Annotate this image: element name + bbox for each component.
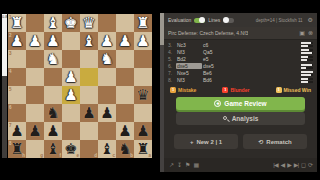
move-number: 6.: [168, 63, 176, 69]
piece-black-P[interactable]: ♟: [98, 104, 116, 122]
badge-label: Blunder: [230, 87, 249, 93]
square-h2[interactable]: ♟2: [8, 32, 26, 50]
square-g4[interactable]: [26, 68, 44, 86]
analysis-label: Analysis: [232, 115, 259, 122]
move-eval-bars: [301, 49, 313, 54]
square-d1[interactable]: ♛: [80, 14, 98, 32]
new-game-label: New 2 | 1: [196, 139, 222, 145]
prev-move-icon[interactable]: ◀: [281, 162, 285, 169]
flag-icon[interactable]: ⚑: [185, 162, 189, 169]
black-move[interactable]: e5: [202, 56, 228, 62]
square-d3[interactable]: [80, 50, 98, 68]
white-move[interactable]: Nxe5: [176, 70, 202, 76]
rank-label-8: 8: [9, 141, 12, 146]
square-d5[interactable]: [80, 86, 98, 104]
badge-blunder[interactable]: 1Blunder: [222, 87, 249, 93]
square-g1[interactable]: [26, 14, 44, 32]
close-opening-icon[interactable]: ⊗: [308, 30, 313, 37]
square-b1[interactable]: [116, 14, 134, 32]
square-h1[interactable]: ♜1: [8, 14, 26, 32]
square-g3[interactable]: [26, 50, 44, 68]
download-icon[interactable]: ↧: [177, 162, 181, 169]
move-number: 4.: [168, 49, 176, 55]
piece-white-P[interactable]: ♟: [62, 86, 80, 104]
square-a8[interactable]: ♜a: [134, 140, 152, 158]
black-move[interactable]: Qa5: [202, 49, 228, 55]
badge-count-icon: 1: [170, 87, 176, 93]
plus-icon: +: [190, 138, 194, 146]
file-label-h: h: [22, 153, 25, 158]
piece-black-P[interactable]: ♟: [44, 122, 62, 140]
move-row: 4.Nf3Qa5: [168, 48, 313, 55]
square-c8[interactable]: ♝c: [98, 140, 116, 158]
square-b4[interactable]: [116, 68, 134, 86]
review-star-icon: ✦: [214, 100, 221, 107]
square-g6[interactable]: [26, 104, 44, 122]
square-g5[interactable]: [26, 86, 44, 104]
black-move[interactable]: dxe5: [202, 63, 228, 69]
square-b3[interactable]: [116, 50, 134, 68]
square-a6[interactable]: [134, 104, 152, 122]
square-h6[interactable]: 6: [8, 104, 26, 122]
square-d4[interactable]: [80, 68, 98, 86]
piece-white-P[interactable]: ♟: [26, 32, 44, 50]
loop-icon[interactable]: ⟳: [308, 162, 312, 169]
white-move[interactable]: Nf3: [176, 77, 202, 83]
square-b6[interactable]: [116, 104, 134, 122]
analysis-button[interactable]: Analysis: [176, 112, 305, 125]
move-eval-bars: [301, 56, 313, 61]
file-label-d: d: [94, 153, 97, 158]
square-a2[interactable]: ♟: [134, 32, 152, 50]
square-f7[interactable]: ♟: [44, 122, 62, 140]
square-f3[interactable]: ♞: [44, 50, 62, 68]
square-c2[interactable]: ♟: [98, 32, 116, 50]
square-g7[interactable]: ♟: [26, 122, 44, 140]
opening-name: Pirc Defense: Czech Defense, 4.Nf3: [168, 30, 248, 36]
piece-white-P[interactable]: ♟: [98, 32, 116, 50]
new-game-button[interactable]: + New 2 | 1: [174, 134, 238, 149]
evaluation-toggle[interactable]: [194, 18, 205, 23]
square-e5[interactable]: ♟: [62, 86, 80, 104]
share-icon[interactable]: ↗: [169, 162, 173, 169]
square-e4[interactable]: ♟: [62, 68, 80, 86]
move-number: 8.: [168, 77, 176, 83]
black-move[interactable]: c6: [202, 42, 228, 48]
lines-toggle-label: Lines: [208, 17, 220, 23]
piece-white-N[interactable]: ♞: [44, 50, 62, 68]
square-h7[interactable]: ♟7: [8, 122, 26, 140]
move-eval-bars: [301, 42, 313, 47]
move-number: 3.: [168, 42, 176, 48]
move-row: 7.Nxe5Be6: [168, 70, 313, 77]
move-eval-bars: [301, 78, 313, 83]
file-label-g: g: [40, 153, 43, 158]
square-c1[interactable]: [98, 14, 116, 32]
rematch-loop-icon: ⟲: [258, 138, 263, 146]
rank-label-7: 7: [9, 123, 12, 128]
square-h5[interactable]: 5: [8, 86, 26, 104]
badge-label: Missed Win: [284, 87, 311, 93]
square-c5[interactable]: [98, 86, 116, 104]
piece-white-K[interactable]: ♚: [62, 14, 80, 32]
square-a5[interactable]: ♛: [134, 86, 152, 104]
square-f8[interactable]: ♝f: [44, 140, 62, 158]
square-g8[interactable]: g: [26, 140, 44, 158]
square-b2[interactable]: ♟: [116, 32, 134, 50]
engine-info: depth=14 | Stockfish 11: [256, 18, 303, 23]
bottom-toolbar: ↗↧⚑▦ |◀◀▶▶|◻⟳: [164, 158, 317, 172]
piece-white-P[interactable]: ♟: [62, 68, 80, 86]
move-row: 5.Bd2e5: [168, 55, 313, 62]
piece-black-N[interactable]: ♞: [44, 104, 62, 122]
square-d2[interactable]: ♝: [80, 32, 98, 50]
piece-white-P[interactable]: ♟: [44, 32, 62, 50]
chess-app-window: 0.8 ♜1♝♚♛♜♟2♟♟♝♟♟♟3♞♞4♟5♟♛6♞♟♟♟7♟♟♟♟♜8hg…: [0, 0, 320, 180]
file-label-e: e: [76, 153, 79, 158]
square-a7[interactable]: ♟: [134, 122, 152, 140]
settings-gear-icon[interactable]: ⚙: [308, 17, 313, 23]
move-eval-bars: [301, 71, 313, 76]
badge-count-icon: 1: [222, 87, 228, 93]
black-move[interactable]: Be6: [202, 70, 228, 76]
chess-board[interactable]: ♜1♝♚♛♜♟2♟♟♝♟♟♟3♞♞4♟5♟♛6♞♟♟♟7♟♟♟♟♜8hg♝f♚e…: [8, 14, 152, 158]
opening-name-row: Pirc Defense: Czech Defense, 4.Nf3 ▣ ⊗: [164, 27, 317, 40]
first-move-icon[interactable]: |◀: [273, 162, 277, 169]
square-d7[interactable]: [80, 122, 98, 140]
piece-black-Q[interactable]: ♛: [134, 86, 152, 104]
move-number: 7.: [168, 70, 176, 76]
piece-white-B[interactable]: ♝: [80, 32, 98, 50]
square-g2[interactable]: ♟: [26, 32, 44, 50]
square-f1[interactable]: ♝: [44, 14, 62, 32]
lines-toggle[interactable]: [223, 18, 234, 23]
square-b8[interactable]: ♞b: [116, 140, 134, 158]
magnifier-icon: [223, 116, 229, 122]
square-h3[interactable]: 3: [8, 50, 26, 68]
evaluation-bar-white-portion: 0.8: [2, 14, 7, 76]
square-e3[interactable]: [62, 50, 80, 68]
next-move-icon[interactable]: ▶: [287, 162, 291, 169]
square-a3[interactable]: [134, 50, 152, 68]
file-label-c: c: [112, 153, 115, 158]
move-list: 3.Nc3c64.Nf3Qa55.Bd2e56.dxe5dxe57.Nxe5Be…: [164, 40, 317, 85]
piece-white-N[interactable]: ♞: [98, 50, 116, 68]
game-review-label: Game Review: [224, 100, 266, 107]
evaluation-bar: 0.8: [2, 14, 7, 158]
square-h4[interactable]: 4: [8, 68, 26, 86]
square-e6[interactable]: [62, 104, 80, 122]
file-label-a: a: [148, 153, 151, 158]
rank-label-1: 1: [9, 15, 12, 20]
analysis-panel: Evaluation Lines depth=14 | Stockfish 11…: [164, 13, 317, 172]
move-row: 3.Nc3c6: [168, 41, 313, 48]
badge-mistake[interactable]: 1Mistake: [170, 87, 196, 93]
rank-label-4: 4: [9, 69, 12, 74]
piece-black-P[interactable]: ♟: [134, 122, 152, 140]
square-d6[interactable]: ♟: [80, 104, 98, 122]
square-f4[interactable]: [44, 68, 62, 86]
move-row: 6.dxe5dxe5: [168, 63, 313, 70]
square-f5[interactable]: [44, 86, 62, 104]
square-h8[interactable]: ♜8h: [8, 140, 26, 158]
piece-black-P[interactable]: ♟: [116, 122, 134, 140]
square-f2[interactable]: ♟: [44, 32, 62, 50]
rank-label-6: 6: [9, 105, 12, 110]
rank-label-2: 2: [9, 33, 12, 38]
rematch-button[interactable]: ⟲ Rematch: [243, 134, 307, 149]
badge-count-icon: 1: [276, 87, 282, 93]
piece-white-Q[interactable]: ♛: [80, 14, 98, 32]
square-d8[interactable]: d: [80, 140, 98, 158]
boards-icon[interactable]: ▦: [193, 162, 198, 169]
piece-white-P[interactable]: ♟: [134, 32, 152, 50]
square-b7[interactable]: ♟: [116, 122, 134, 140]
engine-topbar: Evaluation Lines depth=14 | Stockfish 11…: [164, 13, 317, 27]
white-move[interactable]: Bd2: [176, 56, 202, 62]
square-a4[interactable]: [134, 68, 152, 86]
game-review-button[interactable]: ✦ Game Review: [176, 97, 305, 110]
rematch-label: Rematch: [266, 139, 291, 145]
piece-white-R[interactable]: ♜: [134, 14, 152, 32]
badge-label: Mistake: [178, 87, 196, 93]
post-game-actions: + New 2 | 1 ⟲ Rematch: [164, 134, 317, 149]
square-e1[interactable]: ♚: [62, 14, 80, 32]
last-move-icon[interactable]: ▶|: [294, 162, 298, 169]
piece-white-P[interactable]: ♟: [116, 32, 134, 50]
file-label-f: f: [60, 153, 62, 158]
piece-white-B[interactable]: ♝: [44, 14, 62, 32]
move-row: 8.Nf3Bd6: [168, 77, 313, 84]
square-c7[interactable]: [98, 122, 116, 140]
theater-mode-icon[interactable]: ◻: [301, 162, 305, 169]
piece-black-P[interactable]: ♟: [26, 122, 44, 140]
piece-black-P[interactable]: ♟: [80, 104, 98, 122]
letterbox-top: [0, 0, 320, 13]
evaluation-value: 0.8: [2, 15, 7, 19]
square-e2[interactable]: [62, 32, 80, 50]
rank-label-5: 5: [9, 87, 12, 92]
evaluation-toggle-label: Evaluation: [168, 17, 191, 23]
move-eval-bars: [301, 64, 313, 69]
square-c3[interactable]: ♞: [98, 50, 116, 68]
square-c6[interactable]: ♟: [98, 104, 116, 122]
white-move[interactable]: Nf3: [176, 49, 202, 55]
game-result-badges: 1Mistake1Blunder1Missed Win: [164, 85, 317, 95]
badge-missed-win[interactable]: 1Missed Win: [276, 87, 311, 93]
black-move[interactable]: Bd6: [202, 77, 228, 83]
white-move[interactable]: dxe5: [176, 63, 202, 69]
rank-label-3: 3: [9, 51, 12, 56]
opening-book-icon[interactable]: ▣: [299, 30, 305, 37]
square-c4[interactable]: [98, 68, 116, 86]
square-a1[interactable]: ♜: [134, 14, 152, 32]
square-e7[interactable]: [62, 122, 80, 140]
square-f6[interactable]: ♞: [44, 104, 62, 122]
white-move[interactable]: Nc3: [176, 42, 202, 48]
square-b5[interactable]: [116, 86, 134, 104]
move-number: 5.: [168, 56, 176, 62]
letterbox-bottom: [0, 172, 320, 180]
square-e8[interactable]: ♚e: [62, 140, 80, 158]
file-label-b: b: [130, 153, 133, 158]
